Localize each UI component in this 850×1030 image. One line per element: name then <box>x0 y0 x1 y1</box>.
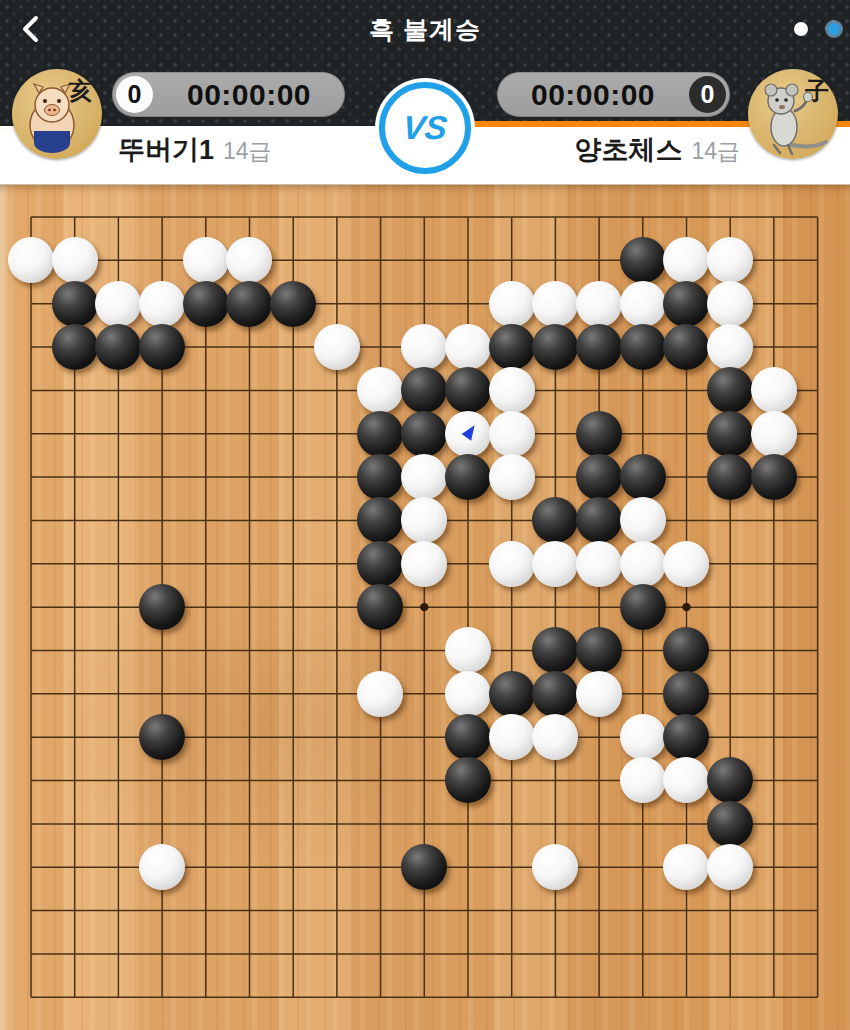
page-dot-white[interactable] <box>794 22 808 36</box>
stone-white <box>663 541 709 587</box>
stone-white <box>532 844 578 890</box>
right-player-avatar[interactable]: 子 <box>748 69 838 159</box>
stone-white <box>489 367 535 413</box>
stone-white <box>95 281 141 327</box>
stone-white <box>663 237 709 283</box>
stone-white <box>52 237 98 283</box>
stone-white <box>620 541 666 587</box>
stone-white <box>620 497 666 543</box>
stone-white <box>707 844 753 890</box>
stone-white <box>751 411 797 457</box>
stone-white <box>8 237 54 283</box>
stone-black <box>707 367 753 413</box>
stone-black <box>52 324 98 370</box>
stone-white <box>445 411 491 457</box>
stone-white <box>532 714 578 760</box>
stone-white <box>489 281 535 327</box>
stone-white <box>489 411 535 457</box>
left-player-avatar[interactable]: 亥 <box>12 69 102 159</box>
stone-black <box>751 454 797 500</box>
stone-white <box>620 714 666 760</box>
stone-black <box>663 671 709 717</box>
stone-black <box>445 757 491 803</box>
stone-black <box>620 324 666 370</box>
stone-black <box>576 411 622 457</box>
page-title: 흑 불계승 <box>0 0 850 58</box>
stone-black <box>576 497 622 543</box>
left-player-rank: 14급 <box>223 136 272 167</box>
stone-white <box>620 757 666 803</box>
stone-white <box>532 541 578 587</box>
right-clock-time: 00:00:00 <box>497 78 689 112</box>
right-player-rank: 14급 <box>691 136 740 167</box>
stone-black <box>707 757 753 803</box>
stone-black <box>620 454 666 500</box>
stone-white <box>401 497 447 543</box>
stone-black <box>707 411 753 457</box>
stone-white <box>357 671 403 717</box>
stone-white <box>489 714 535 760</box>
right-player-name: 양초체스 <box>574 132 682 168</box>
stone-white <box>489 541 535 587</box>
stone-white <box>532 281 578 327</box>
left-clock-time: 00:00:00 <box>153 78 345 112</box>
stone-white <box>401 454 447 500</box>
page-indicator <box>794 22 840 36</box>
stone-black <box>52 281 98 327</box>
go-board[interactable] <box>0 185 850 1030</box>
stone-black <box>532 627 578 673</box>
stone-black <box>401 367 447 413</box>
stone-black <box>663 324 709 370</box>
stone-black <box>357 497 403 543</box>
stone-white <box>445 627 491 673</box>
stone-black <box>445 714 491 760</box>
stone-black <box>532 671 578 717</box>
stone-grid <box>9 195 839 1019</box>
left-periods-badge: 0 <box>116 76 153 113</box>
stone-white <box>183 237 229 283</box>
stone-black <box>707 801 753 847</box>
stone-white <box>707 281 753 327</box>
stone-black <box>401 411 447 457</box>
vs-label: VS <box>401 109 449 147</box>
last-move-marker <box>460 423 479 442</box>
stone-black <box>489 671 535 717</box>
stone-black <box>663 714 709 760</box>
stone-black <box>139 714 185 760</box>
stone-white <box>139 281 185 327</box>
stone-black <box>357 454 403 500</box>
stone-black <box>357 411 403 457</box>
stone-white <box>314 324 360 370</box>
stone-white <box>620 281 666 327</box>
right-periods-badge: 0 <box>689 76 726 113</box>
stone-black <box>270 281 316 327</box>
stone-white <box>751 367 797 413</box>
stone-black <box>357 584 403 630</box>
stone-white <box>576 541 622 587</box>
stone-black <box>401 844 447 890</box>
left-player-info: 뚜버기1 14급 <box>118 132 272 168</box>
stone-black <box>663 281 709 327</box>
stone-white <box>489 454 535 500</box>
stone-white <box>663 844 709 890</box>
stone-white <box>445 324 491 370</box>
stone-black <box>489 324 535 370</box>
right-player-clock: 00:00:00 0 <box>497 72 730 117</box>
stone-white <box>226 237 272 283</box>
stone-black <box>576 324 622 370</box>
match-bar: 0 00:00:00 00:00:00 0 VS 亥 <box>0 58 850 185</box>
stone-white <box>707 237 753 283</box>
stone-white <box>663 757 709 803</box>
stone-white <box>576 281 622 327</box>
stone-black <box>707 454 753 500</box>
stone-white <box>401 324 447 370</box>
left-player-clock: 0 00:00:00 <box>112 72 345 117</box>
stone-black <box>445 454 491 500</box>
right-player-info: 양초체스 14급 <box>574 132 740 168</box>
stone-black <box>620 584 666 630</box>
stone-black <box>139 324 185 370</box>
stone-black <box>139 584 185 630</box>
vs-badge: VS <box>379 82 471 174</box>
left-player-name: 뚜버기1 <box>118 132 214 168</box>
header: 흑 불계승 <box>0 0 850 58</box>
stone-black <box>445 367 491 413</box>
stone-black <box>183 281 229 327</box>
stone-white <box>576 671 622 717</box>
stone-black <box>95 324 141 370</box>
left-avatar-glyph: 亥 <box>69 75 93 107</box>
stone-black <box>620 237 666 283</box>
stone-white <box>445 671 491 717</box>
stone-black <box>357 541 403 587</box>
stone-white <box>357 367 403 413</box>
stone-white <box>401 541 447 587</box>
stone-black <box>532 497 578 543</box>
stone-black <box>532 324 578 370</box>
stone-white <box>139 844 185 890</box>
stone-black <box>576 454 622 500</box>
page-dot-blue[interactable] <box>828 23 840 35</box>
stone-black <box>663 627 709 673</box>
app-screen: 흑 불계승 0 00:00:00 00:00:00 0 VS <box>0 0 850 1030</box>
right-avatar-glyph: 子 <box>805 75 829 107</box>
stone-white <box>707 324 753 370</box>
stone-black <box>226 281 272 327</box>
stone-black <box>576 627 622 673</box>
